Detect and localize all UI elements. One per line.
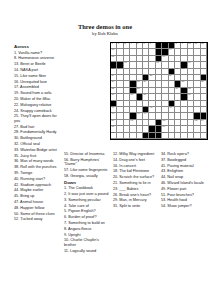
- cell-number: 25: [150, 75, 153, 78]
- clue-item: 50. Some of these clues: [14, 212, 61, 216]
- clue-item: 11. Logically sound: [64, 249, 111, 253]
- cell-number: 28: [137, 81, 140, 84]
- clue-item: 58. Georgia, usually: [64, 174, 111, 178]
- clue-item: 4. Take care of: [64, 204, 111, 208]
- clue-item: 13. Beret or Beetle: [14, 62, 61, 66]
- cell-number: 56: [163, 126, 166, 129]
- cell-number: 26: [169, 75, 172, 78]
- cell-number: 12: [201, 43, 204, 46]
- clue-item: 34. Rock opera?: [161, 152, 208, 156]
- cell-number: 27: [111, 81, 114, 84]
- clue-column-across: Across1. Vanilla name?8. Harmonious univ…: [14, 44, 61, 223]
- clue-item: 32. Official seal: [14, 142, 61, 146]
- cell-number: 51: [131, 120, 134, 123]
- clue-item: 19. Sound from a sofa: [14, 91, 61, 95]
- clue-item: 6. Burden of proof?: [64, 215, 111, 219]
- clue-item: 22. Mahogany relative: [14, 103, 61, 107]
- grid-cell[interactable]: [201, 133, 207, 139]
- cell-number: 8: [175, 43, 176, 46]
- clue-item: 47. Animal house: [14, 200, 61, 204]
- clue-item: 7. Something to build on: [64, 221, 111, 225]
- clue-item: 44. Nail wrap: [161, 175, 208, 179]
- cell-number: 53: [195, 120, 198, 123]
- clue-item: 27. Bad hair: [14, 125, 61, 129]
- cell-number: 38: [143, 94, 146, 97]
- clue-item: 46. Wizard Island's locale: [161, 181, 208, 185]
- cell-number: 55: [111, 126, 114, 129]
- clue-item: 52. Tucked away: [14, 217, 61, 221]
- clue-item: 54. Show jumper?: [161, 204, 208, 208]
- clue-item: 17. Assembled: [14, 85, 61, 89]
- cell-number: 46: [169, 107, 172, 110]
- clue-item: 43. Enlighten: [161, 169, 208, 173]
- clue-item: 30. Battleground: [14, 136, 61, 140]
- clue-item: 33. Waterloo Bridge artist: [14, 148, 61, 152]
- clue-item: 44. Maybe earlier: [14, 188, 61, 192]
- clue-column-down-2: 12. Milky Way ingredient14. Drag one's f…: [113, 152, 159, 210]
- cell-number: 30: [182, 81, 185, 84]
- cell-number: 43: [182, 100, 185, 103]
- cell-number: 36: [111, 94, 114, 97]
- puzzle-byline: by Bob Klahn: [0, 31, 210, 36]
- clue-item: 20. Scratch the surface?: [113, 175, 159, 179]
- clue-item: 38. Roll with the punches: [14, 165, 61, 169]
- clue-item: 51. Four branches?: [161, 193, 208, 197]
- clue-item: 56. Barry Humphries' "Dame": [64, 158, 111, 167]
- cell-number: 44: [111, 107, 114, 110]
- clue-item: 14. NASA part: [14, 68, 61, 72]
- cell-number: 2: [118, 43, 119, 46]
- cell-number: 29: [143, 81, 146, 84]
- cell-number: 52: [163, 120, 166, 123]
- clue-item: 40. Running start?: [14, 177, 61, 181]
- cell-number: 37: [131, 94, 134, 97]
- clue-item: 1. Vanilla name?: [14, 51, 61, 55]
- cell-number: 6: [143, 43, 144, 46]
- cell-number: 31: [201, 81, 204, 84]
- clue-item: 48. Happier fellow: [14, 206, 61, 210]
- cell-number: 13: [111, 49, 114, 52]
- cell-number: 40: [118, 100, 121, 103]
- clue-item: 29. Man, in Mercury: [113, 198, 159, 202]
- clue-item: 1. The Cookbook: [64, 186, 111, 190]
- cell-number: 16: [163, 56, 166, 59]
- clue-item: 55. Director of Insomnia: [64, 152, 111, 156]
- cell-number: 11: [195, 43, 197, 46]
- clue-item: 9. Upright: [64, 233, 111, 237]
- clue-item: 25. They'll open doors for you: [14, 114, 61, 123]
- clue-item: 39. Twinge: [14, 171, 61, 175]
- cell-number: 57: [111, 132, 114, 135]
- clue-item: 16. In concert: [113, 164, 159, 168]
- clue-column-across-end-down-start: 55. Director of Insomnia56. Barry Humphr…: [64, 152, 111, 254]
- cell-number: 47: [111, 113, 114, 116]
- clue-item: 21. Something to lie in: [113, 181, 159, 185]
- cell-number: 33: [137, 88, 140, 91]
- clue-item: 10. Charlie Chaplin's brother: [64, 238, 111, 247]
- cell-number: 58: [163, 132, 166, 135]
- clue-item: 8. Harmonious universe: [14, 56, 61, 60]
- clue-item: 31. Split to unite: [113, 204, 159, 208]
- clue-item: 28. Fundamentally Hardy: [14, 130, 61, 134]
- clue-column-down-3: 34. Rock opera?37. Bowlegged41. Paving m…: [161, 152, 208, 210]
- cell-number: 19: [188, 62, 191, 65]
- cell-number: 22: [175, 68, 178, 71]
- cell-number: 35: [188, 88, 191, 91]
- cell-number: 7: [150, 43, 151, 46]
- cell-number: 23: [182, 68, 185, 71]
- puzzle-title: Three demos in one: [0, 23, 210, 30]
- cell-number: 42: [175, 100, 178, 103]
- cell-number: 24: [111, 75, 114, 78]
- clue-item: 23. ___ Babies: [113, 187, 159, 191]
- cell-number: 4: [131, 43, 132, 46]
- clue-item: 12. Milky Way ingredient: [113, 152, 159, 156]
- down-header: Down: [64, 180, 111, 185]
- cell-number: 3: [124, 43, 125, 46]
- clue-item: 15. Like some fiber: [14, 74, 61, 78]
- clue-item: 53. Health food: [161, 198, 208, 202]
- cell-number: 20: [111, 68, 114, 71]
- clue-item: 57. Like some fingerprints: [64, 168, 111, 172]
- cell-number: 5: [137, 43, 138, 46]
- cell-number: 41: [137, 100, 140, 103]
- clue-item: 37. Bowlegged: [161, 158, 208, 162]
- clue-item: 16. Unrequited love: [14, 80, 61, 84]
- cell-number: 14: [169, 49, 172, 52]
- cell-number: 45: [150, 107, 153, 110]
- clue-item: 3. Something peculiar: [64, 198, 111, 202]
- cell-number: 17: [124, 62, 127, 65]
- across-header: Across: [14, 44, 61, 49]
- cell-number: 50: [111, 120, 114, 123]
- cell-number: 15: [111, 56, 114, 59]
- crossword-grid: 1234567891011121314151617181920212223242…: [110, 42, 208, 140]
- clue-item: 8. Angora fleece: [64, 227, 111, 231]
- clue-item: 5. Pigeon English?: [64, 209, 111, 213]
- clue-item: 18. The kid Flintstone: [113, 169, 159, 173]
- cell-number: 49: [143, 113, 146, 116]
- cell-number: 18: [156, 62, 159, 65]
- clue-item: 14. Drag one's feet: [113, 158, 159, 162]
- cell-number: 48: [137, 113, 140, 116]
- cell-number: 1: [111, 43, 112, 46]
- clue-item: 26. Break one's heart?: [113, 193, 159, 197]
- clue-item: 20. Maker of the iMac: [14, 97, 61, 101]
- crossword-page: Three demos in one by Bob Klahn 12345678…: [0, 0, 210, 300]
- cell-number: 39: [188, 94, 191, 97]
- cell-number: 10: [188, 43, 191, 46]
- clue-item: 36. Man of many words: [14, 159, 61, 163]
- cell-number: 21: [118, 68, 121, 71]
- cell-number: 34: [175, 88, 178, 91]
- clue-item: 41. Paving material: [161, 164, 208, 168]
- cell-number: 9: [182, 43, 183, 46]
- clue-item: 42. Stadium approach: [14, 183, 61, 187]
- cell-number: 32: [111, 88, 114, 91]
- clue-item: 24. Snappy comeback: [14, 109, 61, 113]
- clue-item: 45. Bring up: [14, 194, 61, 198]
- cell-number: 54: [201, 120, 204, 123]
- clue-item: 35. Juicy fruit: [14, 154, 61, 158]
- clue-item: 2. It was just over a pound: [64, 192, 111, 196]
- clue-item: 49. Flower part: [161, 187, 208, 191]
